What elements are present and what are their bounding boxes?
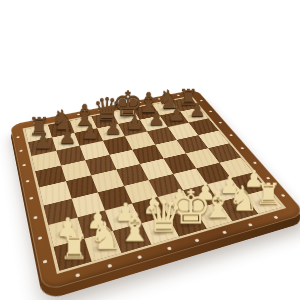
frame-inlay-dot [16,136,19,138]
frame-inlay-dot [222,231,227,235]
perspective-wrapper: ♜♞♝♛♚♝♞♜♟♟♟♟♟♟♟♟♟♟♟♟♟♟♟♟♜♞♝♛♚♝♞♜ [0,0,300,300]
frame-inlay-dot [266,177,271,180]
playing-field: ♜♞♝♛♚♝♞♜♟♟♟♟♟♟♟♟♟♟♟♟♟♟♟♟♜♞♝♛♚♝♞♜ [23,96,287,274]
frame-inlay-dot [137,255,142,259]
frame-inlay-dot [219,122,223,124]
piece-black-rook: ♜ [29,115,51,138]
frame-inlay-dot [167,247,172,251]
frame-inlay-dot [118,106,121,108]
frame-inlay-dot [56,118,59,120]
frame-inlay-dot [43,259,48,263]
frame-inlay-dot [33,216,37,220]
frame-inlay-dot [158,98,161,100]
frame-inlay-dot [98,109,101,111]
frame-inlay-dot [19,150,23,153]
frame-inlay-dot [138,102,141,104]
frame-inlay-dot [200,100,204,102]
frame-inlay-dot [229,134,233,136]
frame-inlay-dot [209,110,213,112]
frame-inlay-dot [34,122,37,124]
piece-black-rook: ♜ [178,87,198,108]
frame-inlay-dot [177,94,180,96]
frame-inlay-dot [240,147,244,149]
frame-inlay-dot [38,236,43,240]
frame-inlay-dot [77,113,80,115]
frame-inlay-dot [29,197,33,200]
frame-inlay-dot [281,194,286,197]
frame-inlay-dot [273,216,278,220]
photo-scene: ♜♞♝♛♚♝♞♜♟♟♟♟♟♟♟♟♟♟♟♟♟♟♟♟♜♞♝♛♚♝♞♜ [0,0,300,300]
square-f5 [155,140,186,159]
frame-inlay-dot [26,180,30,183]
piece-white-pawn: ♟ [243,168,263,190]
frame-inlay-dot [248,223,253,227]
square-h5 [198,130,229,148]
piece-white-pawn: ♟ [56,215,79,239]
chess-board: ♜♞♝♛♚♝♞♜♟♟♟♟♟♟♟♟♟♟♟♟♟♟♟♟♜♞♝♛♚♝♞♜ [10,89,300,292]
frame-inlay-dot [253,161,258,164]
frame-inlay-dot [107,264,112,268]
frame-inlay-dot [195,238,200,242]
frame-inlay-dot [22,164,26,167]
frame-inlay-dot [75,273,80,278]
